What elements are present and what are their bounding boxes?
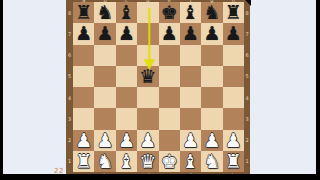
letterbox-bottom (0, 174, 320, 180)
rank-label-5: 5 (244, 73, 250, 79)
piece-black-knight: ♞ (94, 2, 115, 23)
board-squares[interactable]: ♜♞♝♚♝♞♜♟♟♟♟♟♟♟♛♟♟♟♟♟♟♟♜♞♝♛♚♝♞♜ (73, 2, 244, 172)
piece-black-bishop: ♝ (180, 2, 201, 23)
piece-white-bishop: ♝ (116, 151, 137, 172)
square-g2[interactable]: ♟ (201, 130, 222, 151)
square-a2[interactable]: ♟ (73, 130, 94, 151)
square-d2[interactable]: ♟ (137, 130, 158, 151)
square-c4[interactable] (116, 87, 137, 108)
piece-white-pawn: ♟ (223, 130, 244, 151)
square-h6[interactable] (223, 45, 244, 66)
square-f1[interactable]: ♝ (180, 151, 201, 172)
rank-label-1: 1 (66, 158, 73, 164)
square-e4[interactable] (159, 87, 180, 108)
square-b2[interactable]: ♟ (94, 130, 115, 151)
piece-black-king: ♚ (159, 2, 180, 23)
piece-white-bishop: ♝ (180, 151, 201, 172)
rank-label-4: 4 (66, 95, 73, 101)
square-c1[interactable]: ♝ (116, 151, 137, 172)
square-h3[interactable] (223, 108, 244, 129)
square-b4[interactable] (94, 87, 115, 108)
piece-black-pawn: ♟ (159, 23, 180, 44)
square-e1[interactable]: ♚ (159, 151, 180, 172)
square-e6[interactable] (159, 45, 180, 66)
square-a6[interactable] (73, 45, 94, 66)
square-f3[interactable] (180, 108, 201, 129)
rank-label-4: 4 (244, 95, 250, 101)
piece-black-rook: ♜ (73, 2, 94, 23)
square-c2[interactable]: ♟ (116, 130, 137, 151)
rank-label-8: 8 (244, 10, 250, 16)
square-e2[interactable] (159, 130, 180, 151)
piece-white-rook: ♜ (73, 151, 94, 172)
piece-black-knight: ♞ (201, 2, 222, 23)
square-d3[interactable] (137, 108, 158, 129)
piece-black-bishop: ♝ (116, 2, 137, 23)
rank-label-5: 5 (66, 73, 73, 79)
square-b1[interactable]: ♞ (94, 151, 115, 172)
square-e3[interactable] (159, 108, 180, 129)
square-c8[interactable]: ♝ (116, 2, 137, 23)
rank-label-1: 1 (244, 158, 250, 164)
square-d5[interactable]: ♛ (137, 66, 158, 87)
square-b8[interactable]: ♞ (94, 2, 115, 23)
square-d8[interactable] (137, 2, 158, 23)
square-d1[interactable]: ♛ (137, 151, 158, 172)
piece-white-knight: ♞ (201, 151, 222, 172)
piece-white-rook: ♜ (223, 151, 244, 172)
square-b3[interactable] (94, 108, 115, 129)
piece-white-knight: ♞ (94, 151, 115, 172)
rank-label-6: 6 (66, 52, 73, 58)
chess-board[interactable]: ♜♞♝♚♝♞♜♟♟♟♟♟♟♟♛♟♟♟♟♟♟♟♜♞♝♛♚♝♞♜ 887766554… (66, 0, 250, 177)
square-a3[interactable] (73, 108, 94, 129)
piece-black-queen: ♛ (137, 66, 158, 87)
rank-label-7: 7 (66, 31, 73, 37)
piece-white-pawn: ♟ (94, 130, 115, 151)
rank-label-6: 6 (244, 52, 250, 58)
corner-triangle-icon (245, 0, 251, 6)
square-f7[interactable]: ♟ (180, 23, 201, 44)
piece-black-pawn: ♟ (201, 23, 222, 44)
square-a8[interactable]: ♜ (73, 2, 94, 23)
square-b7[interactable]: ♟ (94, 23, 115, 44)
piece-white-king: ♚ (159, 151, 180, 172)
piece-white-pawn: ♟ (116, 130, 137, 151)
square-h7[interactable]: ♟ (223, 23, 244, 44)
video-frame: ♜♞♝♚♝♞♜♟♟♟♟♟♟♟♛♟♟♟♟♟♟♟♜♞♝♛♚♝♞♜ 887766554… (0, 0, 320, 180)
square-d6[interactable] (137, 45, 158, 66)
square-c6[interactable] (116, 45, 137, 66)
square-h8[interactable]: ♜ (223, 2, 244, 23)
piece-black-pawn: ♟ (180, 23, 201, 44)
piece-white-pawn: ♟ (137, 130, 158, 151)
square-h5[interactable] (223, 66, 244, 87)
square-c5[interactable] (116, 66, 137, 87)
square-g3[interactable] (201, 108, 222, 129)
square-f5[interactable] (180, 66, 201, 87)
rank-label-3: 3 (66, 116, 73, 122)
square-a5[interactable] (73, 66, 94, 87)
square-d4[interactable] (137, 87, 158, 108)
square-h4[interactable] (223, 87, 244, 108)
piece-black-rook: ♜ (223, 2, 244, 23)
square-e7[interactable]: ♟ (159, 23, 180, 44)
square-a1[interactable]: ♜ (73, 151, 94, 172)
square-d7[interactable] (137, 23, 158, 44)
piece-black-pawn: ♟ (73, 23, 94, 44)
square-a4[interactable] (73, 87, 94, 108)
square-g5[interactable] (201, 66, 222, 87)
piece-white-pawn: ♟ (180, 130, 201, 151)
square-e5[interactable] (159, 66, 180, 87)
rank-label-8: 8 (66, 10, 73, 16)
piece-white-pawn: ♟ (73, 130, 94, 151)
rank-label-3: 3 (244, 116, 250, 122)
square-g7[interactable]: ♟ (201, 23, 222, 44)
square-e8[interactable]: ♚ (159, 2, 180, 23)
rank-label-7: 7 (244, 31, 250, 37)
square-f8[interactable]: ♝ (180, 2, 201, 23)
square-f4[interactable] (180, 87, 201, 108)
square-g6[interactable] (201, 45, 222, 66)
square-h2[interactable]: ♟ (223, 130, 244, 151)
square-h1[interactable]: ♜ (223, 151, 244, 172)
rank-label-2: 2 (66, 137, 73, 143)
square-a7[interactable]: ♟ (73, 23, 94, 44)
rank-label-2: 2 (244, 137, 250, 143)
square-c7[interactable]: ♟ (116, 23, 137, 44)
square-f6[interactable] (180, 45, 201, 66)
letterbox-left (0, 0, 3, 180)
square-f2[interactable]: ♟ (180, 130, 201, 151)
piece-black-pawn: ♟ (223, 23, 244, 44)
square-g8[interactable]: ♞ (201, 2, 222, 23)
square-c3[interactable] (116, 108, 137, 129)
piece-white-pawn: ♟ (201, 130, 222, 151)
piece-white-queen: ♛ (137, 151, 158, 172)
square-b5[interactable] (94, 66, 115, 87)
square-g4[interactable] (201, 87, 222, 108)
piece-black-pawn: ♟ (116, 23, 137, 44)
piece-black-pawn: ♟ (94, 23, 115, 44)
square-g1[interactable]: ♞ (201, 151, 222, 172)
square-b6[interactable] (94, 45, 115, 66)
letterbox-right (316, 0, 320, 180)
